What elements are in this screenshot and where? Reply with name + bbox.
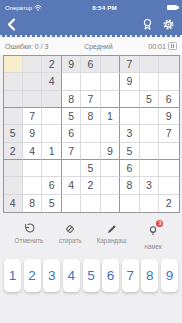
header: Оператор 8:54 PM bbox=[0, 0, 182, 37]
cell-r9c9[interactable]: 2 bbox=[159, 195, 178, 212]
undo-label: Отменить bbox=[15, 237, 44, 244]
numpad-key-6[interactable]: 6 bbox=[102, 259, 119, 292]
undo-icon bbox=[23, 223, 35, 235]
cell-r6c7[interactable]: 5 bbox=[120, 143, 139, 160]
cell-r1c5[interactable]: 6 bbox=[81, 56, 100, 73]
cell-r5c4[interactable]: 6 bbox=[62, 125, 81, 142]
cell-r7c6[interactable] bbox=[101, 160, 120, 177]
cell-r7c1[interactable] bbox=[4, 160, 23, 177]
cell-r3c6[interactable] bbox=[101, 91, 120, 108]
cell-r7c7[interactable]: 6 bbox=[120, 160, 139, 177]
awards-button[interactable] bbox=[141, 18, 154, 31]
cell-r6c1[interactable]: 2 bbox=[4, 143, 23, 160]
cell-r2c6[interactable] bbox=[101, 73, 120, 90]
toolbar: Отменить стирать Карандаш 3 намек bbox=[0, 213, 182, 250]
cell-r4c3[interactable] bbox=[42, 108, 61, 125]
cell-r9c7[interactable] bbox=[120, 195, 139, 212]
cell-r3c4[interactable]: 8 bbox=[62, 91, 81, 108]
numpad-key-1[interactable]: 1 bbox=[4, 259, 21, 292]
cell-r9c3[interactable]: 5 bbox=[42, 195, 61, 212]
cell-r4c2[interactable]: 7 bbox=[23, 108, 42, 125]
timer-label: 00:01 bbox=[148, 43, 166, 50]
cell-r3c8[interactable]: 5 bbox=[140, 91, 159, 108]
hint-count-badge: 3 bbox=[156, 220, 163, 227]
numpad-key-2[interactable]: 2 bbox=[24, 259, 41, 292]
cell-r1c1[interactable] bbox=[4, 56, 23, 73]
cell-r7c2[interactable] bbox=[23, 160, 42, 177]
hint-label: намек bbox=[144, 243, 162, 250]
cell-r1c7[interactable]: 7 bbox=[120, 56, 139, 73]
pencil-icon bbox=[106, 223, 118, 235]
mistakes-counter: Ошибки: 0 / 3 bbox=[5, 43, 48, 50]
numpad-key-5[interactable]: 5 bbox=[83, 259, 100, 292]
cell-r7c3[interactable] bbox=[42, 160, 61, 177]
cell-r5c5[interactable] bbox=[81, 125, 100, 142]
cell-r8c8[interactable]: 3 bbox=[140, 177, 159, 194]
numpad-key-8[interactable]: 8 bbox=[141, 259, 158, 292]
info-bar: Ошибки: 0 / 3 Средний 00:01 bbox=[0, 37, 182, 55]
wifi-icon bbox=[34, 5, 42, 11]
settings-gear-icon[interactable] bbox=[162, 18, 175, 31]
cell-r6c6[interactable]: 9 bbox=[101, 143, 120, 160]
cell-r7c4[interactable] bbox=[62, 160, 81, 177]
cell-r3c2[interactable] bbox=[23, 91, 42, 108]
cell-r7c5[interactable]: 5 bbox=[81, 160, 100, 177]
pause-button[interactable] bbox=[168, 42, 177, 50]
status-bar: Оператор 8:54 PM bbox=[0, 0, 182, 13]
cell-r8c3[interactable]: 6 bbox=[42, 177, 61, 194]
cell-r6c8[interactable] bbox=[140, 143, 159, 160]
cell-r8c2[interactable] bbox=[23, 177, 42, 194]
cell-r1c3[interactable]: 2 bbox=[42, 56, 61, 73]
undo-button[interactable]: Отменить bbox=[12, 223, 46, 250]
difficulty-label: Средний bbox=[84, 43, 112, 50]
cell-r2c1[interactable] bbox=[4, 73, 23, 90]
cell-r7c8[interactable] bbox=[140, 160, 159, 177]
pencil-button[interactable]: Карандаш bbox=[95, 223, 129, 250]
cell-r6c2[interactable]: 4 bbox=[23, 143, 42, 160]
cell-r5c9[interactable]: 7 bbox=[159, 125, 178, 142]
cell-r3c5[interactable]: 7 bbox=[81, 91, 100, 108]
cell-r9c6[interactable] bbox=[101, 195, 120, 212]
numpad-key-4[interactable]: 4 bbox=[63, 259, 80, 292]
cell-r4c4[interactable]: 5 bbox=[62, 108, 81, 125]
cell-r9c1[interactable]: 4 bbox=[4, 195, 23, 212]
cell-r2c3[interactable]: 4 bbox=[42, 73, 61, 90]
cell-r7c9[interactable] bbox=[159, 160, 178, 177]
nav-bar bbox=[0, 13, 182, 35]
cell-r6c4[interactable]: 7 bbox=[62, 143, 81, 160]
back-button[interactable] bbox=[7, 18, 16, 31]
cell-r8c7[interactable]: 8 bbox=[120, 177, 139, 194]
numpad-key-9[interactable]: 9 bbox=[161, 259, 178, 292]
clock-label: 8:54 PM bbox=[92, 4, 117, 11]
cell-r1c4[interactable]: 9 bbox=[62, 56, 81, 73]
eraser-icon bbox=[64, 223, 76, 235]
hint-button[interactable]: 3 намек bbox=[136, 223, 170, 250]
sudoku-app: Оператор 8:54 PM bbox=[0, 0, 182, 323]
cell-r9c5[interactable] bbox=[81, 195, 100, 212]
cell-r5c6[interactable] bbox=[101, 125, 120, 142]
cell-r1c9[interactable] bbox=[159, 56, 178, 73]
cell-r5c8[interactable] bbox=[140, 125, 159, 142]
cell-r8c6[interactable] bbox=[101, 177, 120, 194]
cell-r4c1[interactable] bbox=[4, 108, 23, 125]
cell-r6c3[interactable]: 1 bbox=[42, 143, 61, 160]
cell-r9c8[interactable] bbox=[140, 195, 159, 212]
battery-icon bbox=[167, 5, 177, 10]
cell-r8c9[interactable] bbox=[159, 177, 178, 194]
cell-r1c8[interactable] bbox=[140, 56, 159, 73]
cell-r8c4[interactable]: 4 bbox=[62, 177, 81, 194]
erase-button[interactable]: стирать bbox=[53, 223, 87, 250]
cell-r4c8[interactable] bbox=[140, 108, 159, 125]
cell-r8c5[interactable]: 2 bbox=[81, 177, 100, 194]
erase-label: стирать bbox=[59, 237, 82, 244]
sudoku-board: 2967498756758195963724179556642834852 bbox=[3, 55, 180, 213]
numpad-key-3[interactable]: 3 bbox=[43, 259, 60, 292]
number-pad: 123456789 bbox=[0, 250, 182, 292]
cell-r3c1[interactable] bbox=[4, 91, 23, 108]
cell-r4c7[interactable] bbox=[120, 108, 139, 125]
cell-r2c5[interactable] bbox=[81, 73, 100, 90]
cell-r9c4[interactable] bbox=[62, 195, 81, 212]
pencil-label: Карандаш bbox=[97, 237, 127, 244]
cell-r9c2[interactable]: 8 bbox=[23, 195, 42, 212]
cell-r2c8[interactable] bbox=[140, 73, 159, 90]
cell-r2c4[interactable] bbox=[62, 73, 81, 90]
cell-r6c5[interactable] bbox=[81, 143, 100, 160]
cell-r1c6[interactable] bbox=[101, 56, 120, 73]
carrier-label: Оператор bbox=[5, 5, 32, 11]
cell-r4c9[interactable]: 9 bbox=[159, 108, 178, 125]
cell-r5c3[interactable] bbox=[42, 125, 61, 142]
cell-r3c3[interactable] bbox=[42, 91, 61, 108]
cell-r3c7[interactable] bbox=[120, 91, 139, 108]
cell-r1c2[interactable] bbox=[23, 56, 42, 73]
cell-r2c2[interactable] bbox=[23, 73, 42, 90]
cell-r8c1[interactable] bbox=[4, 177, 23, 194]
cell-r2c7[interactable]: 9 bbox=[120, 73, 139, 90]
cell-r4c6[interactable]: 1 bbox=[101, 108, 120, 125]
cell-r2c9[interactable] bbox=[159, 73, 178, 90]
cell-r6c9[interactable] bbox=[159, 143, 178, 160]
cell-r5c2[interactable]: 9 bbox=[23, 125, 42, 142]
hint-bulb-icon bbox=[147, 225, 159, 237]
cell-r5c7[interactable]: 3 bbox=[120, 125, 139, 142]
ticket-perforation bbox=[0, 35, 182, 38]
cell-r3c9[interactable]: 6 bbox=[159, 91, 178, 108]
numpad-key-7[interactable]: 7 bbox=[122, 259, 139, 292]
cell-r4c5[interactable]: 8 bbox=[81, 108, 100, 125]
cell-r5c1[interactable]: 5 bbox=[4, 125, 23, 142]
